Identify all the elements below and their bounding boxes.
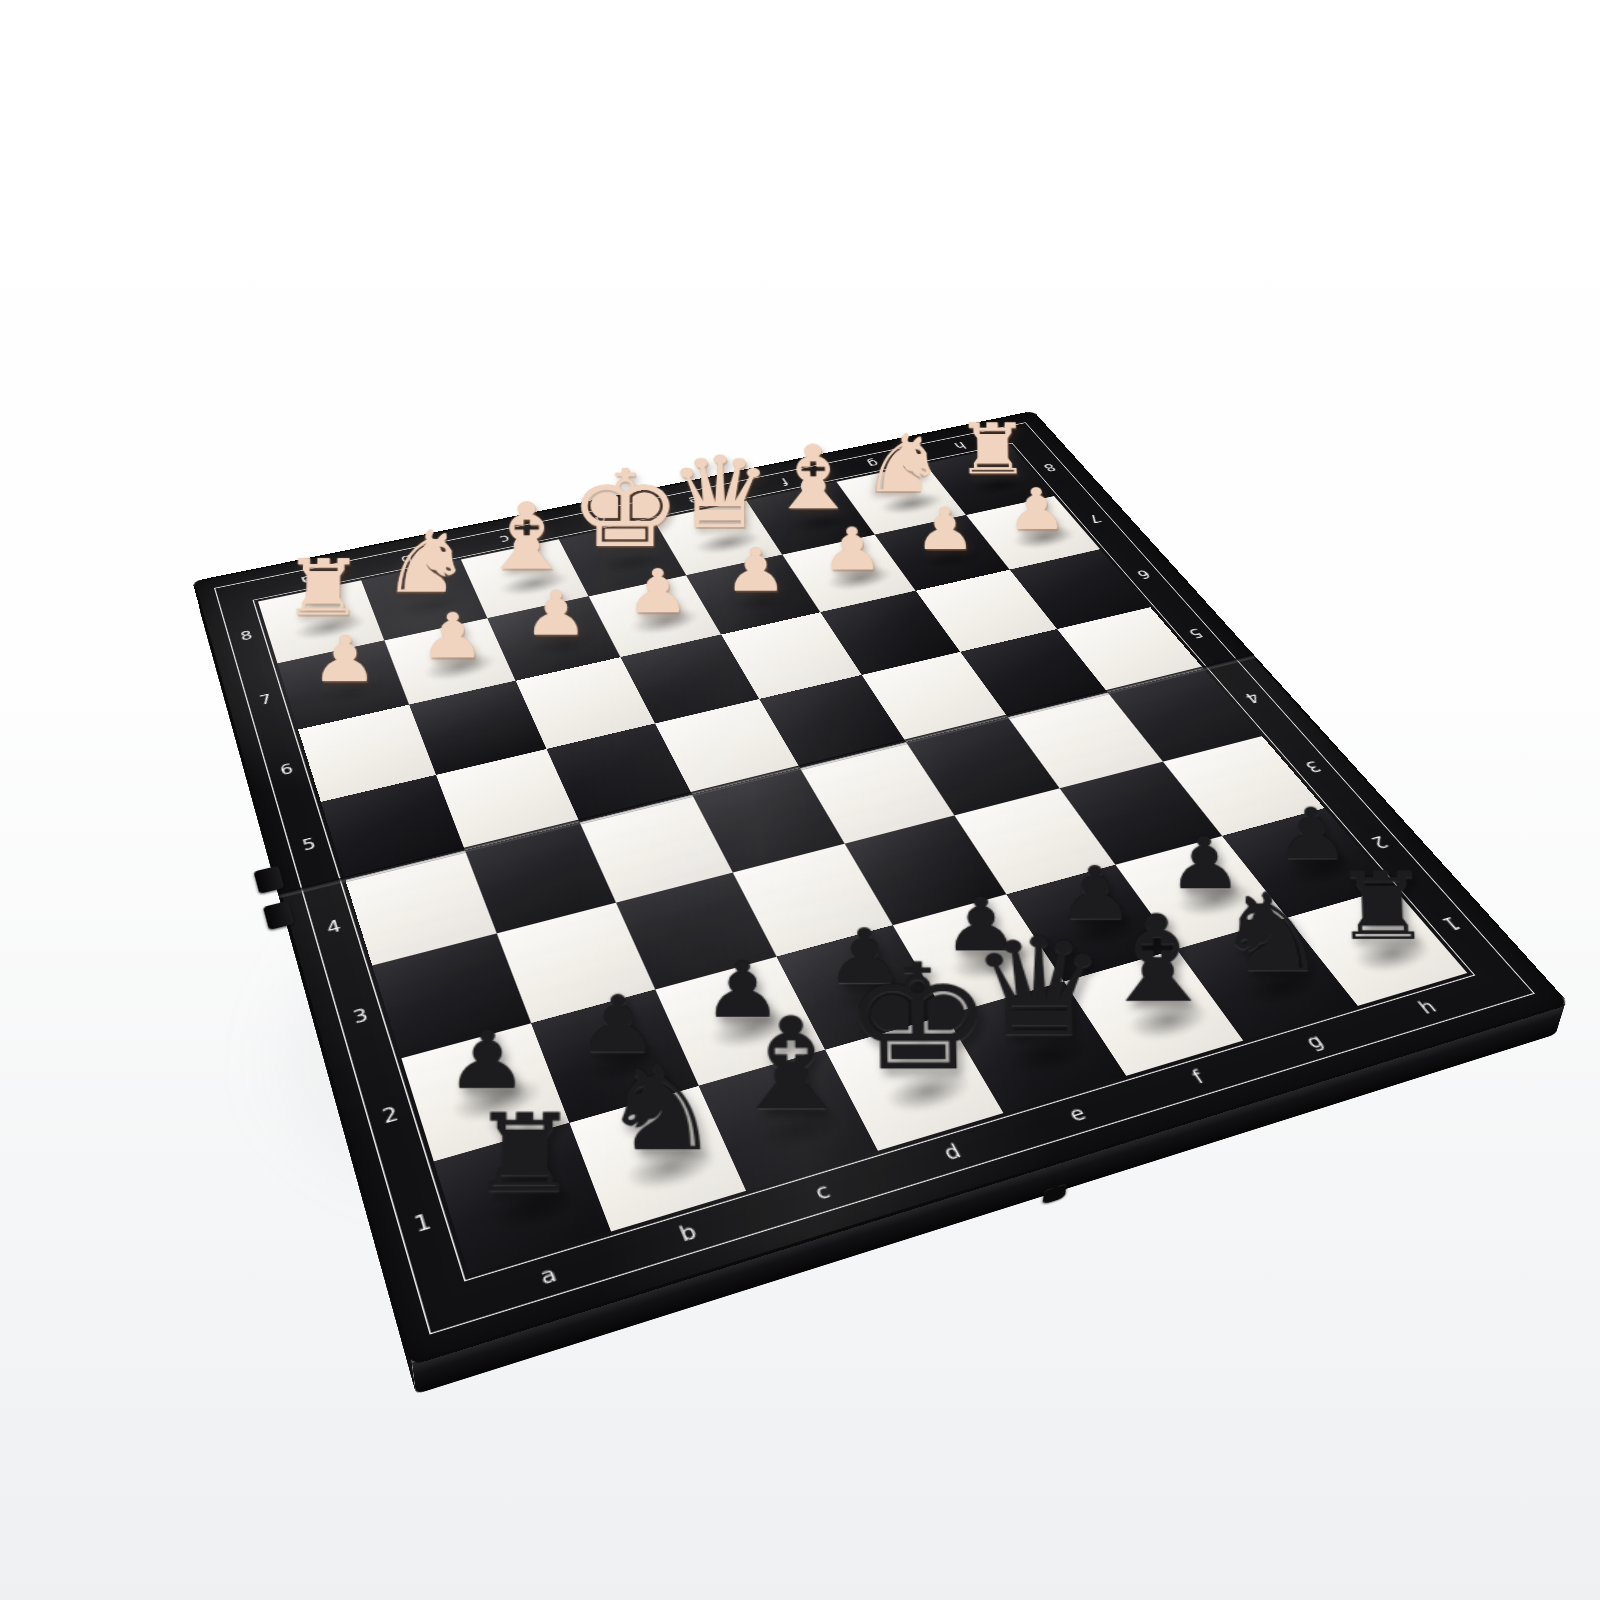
piece-white-pawn-f7[interactable]: ♟ bbox=[820, 519, 883, 578]
coordinate-label-text: 4 bbox=[1241, 690, 1261, 704]
piece-white-pawn-h7[interactable]: ♟ bbox=[1005, 480, 1067, 537]
square-a6[interactable] bbox=[298, 705, 435, 802]
hinge-tab bbox=[253, 866, 284, 894]
piece-white-pawn-a7[interactable]: ♟ bbox=[311, 627, 379, 690]
piece-black-bishop-c1[interactable]: ♝ bbox=[726, 1001, 858, 1128]
coordinate-label-text: 7 bbox=[1085, 513, 1102, 524]
piece-white-bishop-f8[interactable]: ♝ bbox=[766, 434, 861, 522]
square-c1[interactable]: ♝ bbox=[699, 1049, 878, 1190]
piece-white-pawn-d7[interactable]: ♟ bbox=[625, 561, 689, 621]
latch-knob bbox=[1042, 1183, 1066, 1204]
coordinate-label-text: 1 bbox=[1438, 914, 1462, 932]
piece-black-rook-h1[interactable]: ♜ bbox=[1331, 860, 1432, 954]
piece-white-rook-a8[interactable]: ♜ bbox=[282, 550, 365, 627]
coordinate-label-text: 2 bbox=[1367, 833, 1390, 849]
square-h5[interactable] bbox=[1056, 607, 1203, 693]
chess-board-grid: ♜♞♝♚♛♝♞♜♟♟♟♟♟♟♟♟♟♟♟♟♟♟♟♟♜♞♝♚♛♝♞♜ bbox=[258, 446, 1467, 1275]
coordinate-label-text: 3 bbox=[1301, 759, 1322, 774]
piece-white-knight-g8[interactable]: ♞ bbox=[861, 424, 947, 504]
piece-black-bishop-f1[interactable]: ♝ bbox=[1093, 900, 1221, 1020]
perspective-stage: 87654321 87654321 abcdefgh abcdefgh ♜♞♝♚… bbox=[0, 0, 1600, 1600]
piece-white-pawn-e7[interactable]: ♟ bbox=[724, 540, 787, 600]
piece-white-rook-h8[interactable]: ♜ bbox=[955, 415, 1030, 485]
square-a5[interactable] bbox=[321, 775, 465, 880]
coordinate-label-text: 8 bbox=[1040, 462, 1057, 472]
hinge-tab bbox=[263, 901, 295, 930]
piece-white-knight-b8[interactable]: ♞ bbox=[380, 519, 472, 605]
piece-black-rook-a1[interactable]: ♜ bbox=[469, 1100, 580, 1207]
piece-white-king-d8[interactable]: ♚ bbox=[568, 456, 682, 562]
piece-black-king-d1[interactable]: ♚ bbox=[841, 945, 994, 1091]
piece-white-queen-e8[interactable]: ♛ bbox=[667, 443, 773, 542]
piece-white-bishop-c8[interactable]: ♝ bbox=[477, 491, 576, 583]
coordinate-label-text: 6 bbox=[1134, 567, 1152, 579]
piece-black-knight-g1[interactable]: ♞ bbox=[1213, 878, 1329, 986]
folding-chess-case: 87654321 87654321 abcdefgh abcdefgh ♜♞♝♚… bbox=[195, 412, 1566, 1362]
product-photo-scene: 87654321 87654321 abcdefgh abcdefgh ♜♞♝♚… bbox=[0, 0, 1600, 1600]
piece-black-knight-b1[interactable]: ♞ bbox=[599, 1048, 722, 1167]
piece-white-pawn-g7[interactable]: ♟ bbox=[914, 500, 976, 558]
piece-white-pawn-b7[interactable]: ♟ bbox=[419, 604, 486, 666]
piece-black-pawn-a2[interactable]: ♟ bbox=[446, 1020, 530, 1100]
coordinate-label-text: 5 bbox=[1185, 626, 1204, 639]
piece-white-pawn-c7[interactable]: ♟ bbox=[523, 582, 588, 643]
